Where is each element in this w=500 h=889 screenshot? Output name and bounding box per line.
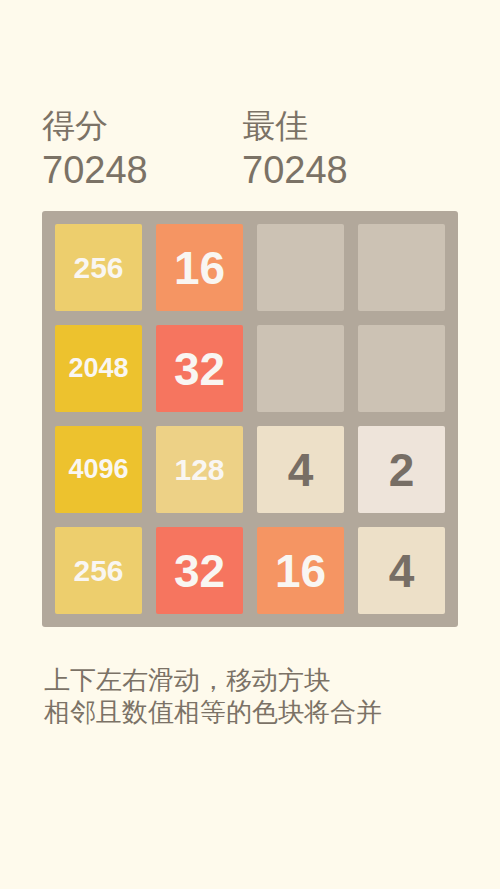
board[interactable]: 2561620483240961284225632164 (42, 211, 458, 627)
instructions: 上下左右滑动，移动方块 相邻且数值相等的色块将合并 (44, 664, 382, 728)
tile-2048: 2048 (55, 325, 142, 412)
tile-16: 16 (257, 527, 344, 614)
tile-32: 32 (156, 325, 243, 412)
empty-cell (358, 325, 445, 412)
score-panel: 得分 70248 (42, 106, 242, 192)
instruction-line-1: 上下左右滑动，移动方块 (44, 664, 382, 696)
tile-128: 128 (156, 426, 243, 513)
tile-4: 4 (358, 527, 445, 614)
instruction-line-2: 相邻且数值相等的色块将合并 (44, 696, 382, 728)
best-value: 70248 (242, 148, 442, 192)
tile-32: 32 (156, 527, 243, 614)
tile-4: 4 (257, 426, 344, 513)
empty-cell (257, 325, 344, 412)
score-value: 70248 (42, 148, 242, 192)
scoreboard: 得分 70248 最佳 70248 (42, 106, 442, 192)
best-panel: 最佳 70248 (242, 106, 442, 192)
tile-256: 256 (55, 224, 142, 311)
tile-256: 256 (55, 527, 142, 614)
tile-16: 16 (156, 224, 243, 311)
best-label: 最佳 (242, 106, 442, 146)
score-label: 得分 (42, 106, 242, 146)
empty-cell (358, 224, 445, 311)
tile-4096: 4096 (55, 426, 142, 513)
tile-2: 2 (358, 426, 445, 513)
empty-cell (257, 224, 344, 311)
